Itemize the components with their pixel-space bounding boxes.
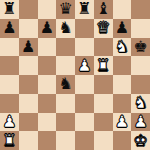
square-h5[interactable] xyxy=(131,56,150,75)
square-e2[interactable] xyxy=(75,113,94,132)
square-h4[interactable] xyxy=(131,75,150,94)
square-b3[interactable] xyxy=(19,94,38,113)
piece-black-pawn[interactable]: ♟ xyxy=(2,20,16,36)
piece-black-knight[interactable]: ♞ xyxy=(58,20,72,36)
piece-black-rook[interactable]: ♜ xyxy=(77,1,91,17)
square-g1[interactable] xyxy=(113,131,132,150)
square-e4[interactable] xyxy=(75,75,94,94)
square-e6[interactable] xyxy=(75,38,94,57)
square-b8[interactable] xyxy=(19,0,38,19)
square-b4[interactable] xyxy=(19,75,38,94)
piece-white-pawn[interactable]: ♟ xyxy=(115,114,129,130)
piece-black-king[interactable]: ♚ xyxy=(133,39,147,55)
square-f4[interactable] xyxy=(94,75,113,94)
piece-white-pawn[interactable]: ♟ xyxy=(2,114,16,130)
square-g8[interactable] xyxy=(113,0,132,19)
square-c7[interactable]: ♟ xyxy=(38,19,57,38)
square-e1[interactable] xyxy=(75,131,94,150)
square-e5[interactable]: ♟ xyxy=(75,56,94,75)
piece-white-rook[interactable]: ♜ xyxy=(2,133,16,149)
square-g5[interactable] xyxy=(113,56,132,75)
square-f8[interactable]: ♝ xyxy=(94,0,113,19)
square-c4[interactable] xyxy=(38,75,57,94)
square-c5[interactable] xyxy=(38,56,57,75)
piece-black-bishop[interactable]: ♝ xyxy=(96,1,110,17)
square-a7[interactable]: ♟ xyxy=(0,19,19,38)
square-a8[interactable]: ♜ xyxy=(0,0,19,19)
square-c6[interactable] xyxy=(38,38,57,57)
square-a1[interactable]: ♜ xyxy=(0,131,19,150)
square-c8[interactable] xyxy=(38,0,57,19)
square-d3[interactable] xyxy=(56,94,75,113)
piece-black-pawn[interactable]: ♟ xyxy=(40,20,54,36)
square-d7[interactable]: ♞ xyxy=(56,19,75,38)
piece-black-knight[interactable]: ♞ xyxy=(58,76,72,92)
square-d2[interactable] xyxy=(56,113,75,132)
square-h3[interactable]: ♞ xyxy=(131,94,150,113)
square-b2[interactable] xyxy=(19,113,38,132)
square-g4[interactable] xyxy=(113,75,132,94)
square-b6[interactable]: ♟ xyxy=(19,38,38,57)
square-a6[interactable] xyxy=(0,38,19,57)
square-f1[interactable] xyxy=(94,131,113,150)
square-b1[interactable] xyxy=(19,131,38,150)
piece-white-king[interactable]: ♚ xyxy=(133,133,147,149)
piece-white-queen[interactable]: ♛ xyxy=(96,20,110,36)
chess-board: ♜♛♜♝♟♟♞♛♟♟♞♚♟♜♞♞♟♟♟♜♚ xyxy=(0,0,150,150)
square-g2[interactable]: ♟ xyxy=(113,113,132,132)
square-d8[interactable]: ♛ xyxy=(56,0,75,19)
square-b5[interactable] xyxy=(19,56,38,75)
square-h2[interactable]: ♟ xyxy=(131,113,150,132)
square-e7[interactable] xyxy=(75,19,94,38)
square-h1[interactable]: ♚ xyxy=(131,131,150,150)
piece-white-knight[interactable]: ♞ xyxy=(133,95,147,111)
square-a4[interactable] xyxy=(0,75,19,94)
square-f5[interactable]: ♜ xyxy=(94,56,113,75)
square-f6[interactable] xyxy=(94,38,113,57)
square-e3[interactable] xyxy=(75,94,94,113)
piece-white-pawn[interactable]: ♟ xyxy=(133,114,147,130)
square-h8[interactable] xyxy=(131,0,150,19)
square-a3[interactable] xyxy=(0,94,19,113)
square-c3[interactable] xyxy=(38,94,57,113)
square-c1[interactable] xyxy=(38,131,57,150)
square-e8[interactable]: ♜ xyxy=(75,0,94,19)
square-d6[interactable] xyxy=(56,38,75,57)
square-f3[interactable] xyxy=(94,94,113,113)
piece-white-rook[interactable]: ♜ xyxy=(96,58,110,74)
square-d5[interactable] xyxy=(56,56,75,75)
piece-black-rook[interactable]: ♜ xyxy=(2,1,16,17)
square-f7[interactable]: ♛ xyxy=(94,19,113,38)
square-g3[interactable] xyxy=(113,94,132,113)
square-h6[interactable]: ♚ xyxy=(131,38,150,57)
piece-black-queen[interactable]: ♛ xyxy=(58,1,72,17)
piece-white-pawn[interactable]: ♟ xyxy=(77,58,91,74)
square-d1[interactable] xyxy=(56,131,75,150)
square-h7[interactable] xyxy=(131,19,150,38)
square-g7[interactable]: ♟ xyxy=(113,19,132,38)
piece-black-pawn[interactable]: ♟ xyxy=(21,39,35,55)
square-a2[interactable]: ♟ xyxy=(0,113,19,132)
piece-white-knight[interactable]: ♞ xyxy=(115,39,129,55)
square-b7[interactable] xyxy=(19,19,38,38)
square-f2[interactable] xyxy=(94,113,113,132)
square-c2[interactable] xyxy=(38,113,57,132)
square-g6[interactable]: ♞ xyxy=(113,38,132,57)
square-a5[interactable] xyxy=(0,56,19,75)
square-d4[interactable]: ♞ xyxy=(56,75,75,94)
piece-black-pawn[interactable]: ♟ xyxy=(115,20,129,36)
